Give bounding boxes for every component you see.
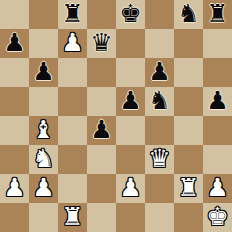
square-a5[interactable] (0, 87, 29, 116)
square-a8[interactable] (0, 0, 29, 29)
square-c3[interactable] (58, 145, 87, 174)
piece-black-pawn-e5[interactable]: ♟ (119, 87, 141, 115)
square-c8[interactable]: ♜ (58, 0, 87, 29)
piece-white-queen-f3[interactable]: ♛ (148, 145, 170, 173)
square-e5[interactable]: ♟ (116, 87, 145, 116)
square-e3[interactable] (116, 145, 145, 174)
square-b1[interactable] (29, 203, 58, 232)
piece-white-knight-b3[interactable]: ♞ (32, 145, 54, 173)
piece-white-pawn-h2[interactable]: ♟ (206, 174, 228, 202)
square-f7[interactable] (145, 29, 174, 58)
chess-board: ♜♚♞♜♟♟♛♟♟♟♞♟♝♟♞♛♟♟♟♜♟♜♚ (0, 0, 232, 232)
square-e2[interactable]: ♟ (116, 174, 145, 203)
piece-black-pawn-h5[interactable]: ♟ (206, 87, 228, 115)
square-a1[interactable] (0, 203, 29, 232)
square-f6[interactable]: ♟ (145, 58, 174, 87)
piece-white-rook-g2[interactable]: ♜ (177, 174, 199, 202)
square-f8[interactable] (145, 0, 174, 29)
piece-white-pawn-e2[interactable]: ♟ (119, 174, 141, 202)
piece-white-bishop-b4[interactable]: ♝ (32, 116, 54, 144)
square-h8[interactable]: ♜ (203, 0, 232, 29)
piece-black-rook-c8[interactable]: ♜ (61, 0, 83, 28)
square-d6[interactable] (87, 58, 116, 87)
square-f4[interactable] (145, 116, 174, 145)
square-h1[interactable]: ♚ (203, 203, 232, 232)
square-g7[interactable] (174, 29, 203, 58)
square-h5[interactable]: ♟ (203, 87, 232, 116)
piece-black-rook-h8[interactable]: ♜ (206, 0, 228, 28)
square-f2[interactable] (145, 174, 174, 203)
piece-black-knight-g8[interactable]: ♞ (177, 0, 199, 28)
square-g3[interactable] (174, 145, 203, 174)
piece-white-pawn-b2[interactable]: ♟ (32, 174, 54, 202)
square-d1[interactable] (87, 203, 116, 232)
piece-white-rook-c1[interactable]: ♜ (61, 203, 83, 231)
square-a7[interactable]: ♟ (0, 29, 29, 58)
square-d4[interactable]: ♟ (87, 116, 116, 145)
piece-black-knight-f5[interactable]: ♞ (148, 87, 170, 115)
square-h7[interactable] (203, 29, 232, 58)
square-g4[interactable] (174, 116, 203, 145)
square-g5[interactable] (174, 87, 203, 116)
square-b5[interactable] (29, 87, 58, 116)
square-c2[interactable] (58, 174, 87, 203)
square-d7[interactable]: ♛ (87, 29, 116, 58)
square-c6[interactable] (58, 58, 87, 87)
square-g2[interactable]: ♜ (174, 174, 203, 203)
square-e4[interactable] (116, 116, 145, 145)
square-g6[interactable] (174, 58, 203, 87)
square-c1[interactable]: ♜ (58, 203, 87, 232)
square-a6[interactable] (0, 58, 29, 87)
piece-white-king-h1[interactable]: ♚ (206, 203, 228, 231)
square-g8[interactable]: ♞ (174, 0, 203, 29)
square-e1[interactable] (116, 203, 145, 232)
square-f3[interactable]: ♛ (145, 145, 174, 174)
square-d2[interactable] (87, 174, 116, 203)
piece-white-pawn-c7[interactable]: ♟ (61, 29, 83, 57)
square-b4[interactable]: ♝ (29, 116, 58, 145)
square-c4[interactable] (58, 116, 87, 145)
square-g1[interactable] (174, 203, 203, 232)
square-d8[interactable] (87, 0, 116, 29)
square-h2[interactable]: ♟ (203, 174, 232, 203)
piece-black-king-e8[interactable]: ♚ (119, 0, 141, 28)
square-a4[interactable] (0, 116, 29, 145)
piece-black-pawn-a7[interactable]: ♟ (3, 29, 25, 57)
piece-black-queen-d7[interactable]: ♛ (90, 29, 112, 57)
square-a3[interactable] (0, 145, 29, 174)
square-h6[interactable] (203, 58, 232, 87)
square-d5[interactable] (87, 87, 116, 116)
piece-black-pawn-f6[interactable]: ♟ (148, 58, 170, 86)
square-h4[interactable] (203, 116, 232, 145)
square-b8[interactable] (29, 0, 58, 29)
square-f5[interactable]: ♞ (145, 87, 174, 116)
square-b2[interactable]: ♟ (29, 174, 58, 203)
square-f1[interactable] (145, 203, 174, 232)
square-b7[interactable] (29, 29, 58, 58)
square-a2[interactable]: ♟ (0, 174, 29, 203)
square-c5[interactable] (58, 87, 87, 116)
piece-black-pawn-d4[interactable]: ♟ (90, 116, 112, 144)
square-d3[interactable] (87, 145, 116, 174)
square-e6[interactable] (116, 58, 145, 87)
square-b3[interactable]: ♞ (29, 145, 58, 174)
square-h3[interactable] (203, 145, 232, 174)
piece-white-pawn-a2[interactable]: ♟ (3, 174, 25, 202)
square-b6[interactable]: ♟ (29, 58, 58, 87)
square-e7[interactable] (116, 29, 145, 58)
square-e8[interactable]: ♚ (116, 0, 145, 29)
square-c7[interactable]: ♟ (58, 29, 87, 58)
piece-black-pawn-b6[interactable]: ♟ (32, 58, 54, 86)
